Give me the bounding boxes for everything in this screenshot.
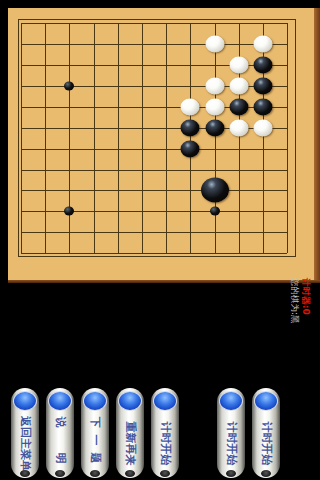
board-edge-bottom xyxy=(8,280,320,283)
return-main-menu-button[interactable]: 返回主菜单 xyxy=(11,388,39,478)
instructions-button[interactable]: 说 明 xyxy=(46,388,74,478)
grid-line xyxy=(287,23,288,253)
board-edge-right xyxy=(314,8,320,280)
grid-line xyxy=(166,23,167,253)
grid-line xyxy=(94,23,95,253)
grid-line xyxy=(21,23,22,253)
grid-line xyxy=(190,23,191,253)
star-point xyxy=(210,207,220,216)
blue-cap-icon xyxy=(153,391,177,411)
blue-cap-icon xyxy=(83,391,107,411)
blue-cap-icon xyxy=(118,391,142,411)
blue-cap-icon xyxy=(219,391,243,411)
button-label: 重新再来 xyxy=(123,421,138,465)
grid-line xyxy=(215,23,216,253)
button-label-wrap: 返回主菜单 xyxy=(11,412,39,474)
grid-line xyxy=(21,44,287,45)
grid-line xyxy=(21,190,287,191)
button-notch xyxy=(226,470,236,477)
grid-line xyxy=(21,211,287,212)
white-stone xyxy=(205,77,224,94)
white-stone xyxy=(254,35,273,52)
white-stone xyxy=(229,77,248,94)
player-color-text: 您的棋为:黑 xyxy=(289,278,300,324)
button-label: 计时开始 xyxy=(259,421,274,465)
grid-line xyxy=(21,170,287,171)
black-stone xyxy=(201,178,229,203)
button-label: 计时开始 xyxy=(224,421,239,465)
black-stone xyxy=(254,77,273,94)
black-stone xyxy=(254,98,273,115)
button-label-wrap: 计时开始 xyxy=(151,412,179,474)
button-notch xyxy=(20,470,30,477)
grid-line xyxy=(69,23,70,253)
button-label-wrap: 重新再来 xyxy=(116,412,144,474)
button-label: 说 明 xyxy=(53,416,68,470)
blue-cap-icon xyxy=(254,391,278,411)
start-timer-button-3[interactable]: 计时开始 xyxy=(252,388,280,478)
button-notch xyxy=(90,470,100,477)
grid-line xyxy=(45,23,46,253)
button-notch xyxy=(55,470,65,477)
grid-line xyxy=(21,23,287,24)
white-stone xyxy=(254,119,273,136)
black-stone xyxy=(181,119,200,136)
button-notch xyxy=(160,470,170,477)
next-problem-button[interactable]: 下一题 xyxy=(81,388,109,478)
button-label: 计时开始 xyxy=(158,421,173,465)
button-label: 下一题 xyxy=(88,416,103,470)
white-stone xyxy=(205,35,224,52)
button-label-wrap: 说 明 xyxy=(46,412,74,474)
timer-text: 计时器:0 xyxy=(300,278,311,324)
blue-cap-icon xyxy=(13,391,37,411)
black-stone xyxy=(229,98,248,115)
button-label-wrap: 计时开始 xyxy=(217,412,245,474)
black-stone xyxy=(254,56,273,73)
white-stone xyxy=(229,56,248,73)
star-point xyxy=(64,207,74,216)
white-stone xyxy=(181,98,200,115)
blue-cap-icon xyxy=(48,391,72,411)
button-label-wrap: 下一题 xyxy=(81,412,109,474)
black-stone xyxy=(205,119,224,136)
start-timer-button-2[interactable]: 计时开始 xyxy=(217,388,245,478)
app-screen: 计时器:0 您的棋为:黑 返回主菜单说 明下一题重新再来计时开始计时开始计时开始 xyxy=(0,0,320,480)
start-timer-button[interactable]: 计时开始 xyxy=(151,388,179,478)
grid-line xyxy=(21,253,287,254)
grid-line xyxy=(21,232,287,233)
grid-line xyxy=(21,149,287,150)
board-frame xyxy=(18,19,296,257)
grid-line xyxy=(118,23,119,253)
black-stone xyxy=(181,140,200,157)
white-stone xyxy=(205,98,224,115)
white-stone xyxy=(229,119,248,136)
go-board[interactable] xyxy=(8,8,314,280)
button-label-wrap: 计时开始 xyxy=(252,412,280,474)
button-label: 返回主菜单 xyxy=(18,416,33,471)
grid-line xyxy=(142,23,143,253)
restart-button[interactable]: 重新再来 xyxy=(116,388,144,478)
button-notch xyxy=(261,470,271,477)
info-text-block: 计时器:0 您的棋为:黑 xyxy=(289,278,311,324)
button-notch xyxy=(125,470,135,477)
star-point xyxy=(64,81,74,90)
